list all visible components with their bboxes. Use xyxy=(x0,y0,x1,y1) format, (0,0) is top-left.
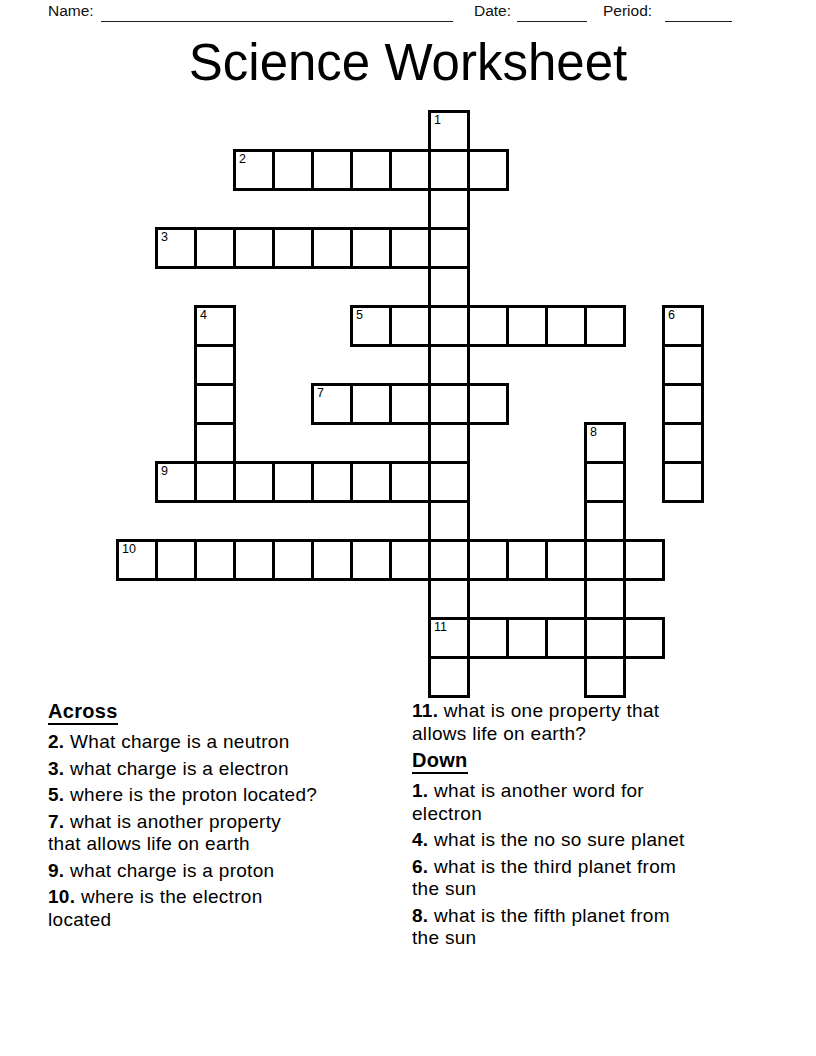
grid-cell-r11c9[interactable] xyxy=(467,539,509,581)
grid-cell-r9c5[interactable] xyxy=(311,461,353,503)
grid-cell-r3c5[interactable] xyxy=(311,227,353,269)
clue-text: what is the no so sure planet xyxy=(428,829,684,850)
grid-cell-r9c1[interactable]: 9 xyxy=(155,461,197,503)
grid-cell-r9c4[interactable] xyxy=(272,461,314,503)
clue-across-9: 9. what charge is a proton xyxy=(48,860,378,883)
grid-cell-r1c5[interactable] xyxy=(311,149,353,191)
grid-cell-r1c9[interactable] xyxy=(467,149,509,191)
grid-cell-r5c9[interactable] xyxy=(467,305,509,347)
clue-text: what charge is a electron xyxy=(64,758,288,779)
clue-text: what is another word for electron xyxy=(412,780,644,824)
clue-number-1: 1 xyxy=(434,113,441,128)
grid-cell-r13c11[interactable] xyxy=(545,617,587,659)
grid-cell-r1c8[interactable] xyxy=(428,149,470,191)
grid-cell-r8c14[interactable] xyxy=(662,422,704,464)
clue-label: 11. xyxy=(412,700,438,721)
grid-cell-r11c1[interactable] xyxy=(155,539,197,581)
grid-cell-r5c2[interactable]: 4 xyxy=(194,305,236,347)
clue-label: 3. xyxy=(48,758,64,779)
date-label: Date: xyxy=(474,2,511,20)
clue-down-1: 1. what is another word for electron xyxy=(412,780,756,825)
across-clues-list: 2. What charge is a neutron3. what charg… xyxy=(48,731,378,931)
grid-cell-r12c8[interactable] xyxy=(428,578,470,620)
grid-cell-r7c9[interactable] xyxy=(467,383,509,425)
clue-number-6: 6 xyxy=(668,308,675,323)
grid-cell-r3c4[interactable] xyxy=(272,227,314,269)
grid-cell-r3c3[interactable] xyxy=(233,227,275,269)
grid-cell-r2c8[interactable] xyxy=(428,188,470,230)
grid-cell-r6c14[interactable] xyxy=(662,344,704,386)
clue-down-6: 6. what is the third planet from the sun xyxy=(412,856,756,901)
grid-cell-r9c7[interactable] xyxy=(389,461,431,503)
grid-cell-r11c6[interactable] xyxy=(350,539,392,581)
grid-cell-r7c14[interactable] xyxy=(662,383,704,425)
name-blank-line[interactable] xyxy=(101,21,453,22)
clue-across-7: 7. what is another property that allows … xyxy=(48,811,378,856)
period-blank-line[interactable] xyxy=(665,21,732,22)
clue-label: 5. xyxy=(48,784,64,805)
grid-cell-r11c2[interactable] xyxy=(194,539,236,581)
worksheet-title: Science Worksheet xyxy=(0,33,816,92)
clue-across-3: 3. what charge is a electron xyxy=(48,758,378,781)
grid-cell-r5c6[interactable]: 5 xyxy=(350,305,392,347)
clue-label: 10. xyxy=(48,886,75,907)
crossword-grid: 1234567891011 xyxy=(116,110,704,698)
grid-cell-r1c4[interactable] xyxy=(272,149,314,191)
grid-cell-r1c3[interactable]: 2 xyxy=(233,149,275,191)
grid-cell-r13c10[interactable] xyxy=(506,617,548,659)
grid-cell-r11c10[interactable] xyxy=(506,539,548,581)
clue-text: where is the proton located? xyxy=(64,784,317,805)
clue-down-4: 4. what is the no so sure planet xyxy=(412,829,756,852)
clue-across-5: 5. where is the proton located? xyxy=(48,784,378,807)
grid-cell-r1c6[interactable] xyxy=(350,149,392,191)
clue-label: 7. xyxy=(48,811,64,832)
clue-number-2: 2 xyxy=(239,152,246,167)
grid-cell-r10c8[interactable] xyxy=(428,500,470,542)
grid-cell-r6c8[interactable] xyxy=(428,344,470,386)
grid-cell-r3c8[interactable] xyxy=(428,227,470,269)
grid-cell-r14c8[interactable] xyxy=(428,656,470,698)
clue-across-10: 10. where is the electron located xyxy=(48,886,378,931)
grid-cell-r1c7[interactable] xyxy=(389,149,431,191)
grid-cell-r13c9[interactable] xyxy=(467,617,509,659)
clue-text: what is another property that allows lif… xyxy=(48,811,281,855)
grid-cell-r11c0[interactable]: 10 xyxy=(116,539,158,581)
down-heading: Down xyxy=(412,749,468,774)
grid-cell-r8c2[interactable] xyxy=(194,422,236,464)
down-heading-row: Down xyxy=(412,749,756,774)
grid-cell-r7c7[interactable] xyxy=(389,383,431,425)
grid-cell-r5c14[interactable]: 6 xyxy=(662,305,704,347)
across-clues-continued: 11. what is one property that allows lif… xyxy=(412,700,756,745)
grid-cell-r7c6[interactable] xyxy=(350,383,392,425)
grid-cell-r5c10[interactable] xyxy=(506,305,548,347)
clue-number-4: 4 xyxy=(200,308,207,323)
down-clues-column: 11. what is one property that allows lif… xyxy=(412,700,756,954)
clue-number-8: 8 xyxy=(590,425,597,440)
down-clues-list: 1. what is another word for electron4. w… xyxy=(412,780,756,950)
grid-cell-r11c7[interactable] xyxy=(389,539,431,581)
grid-cell-r5c7[interactable] xyxy=(389,305,431,347)
grid-cell-r0c8[interactable]: 1 xyxy=(428,110,470,152)
grid-cell-r10c12[interactable] xyxy=(584,500,626,542)
clue-label: 2. xyxy=(48,731,64,752)
name-label: Name: xyxy=(48,2,94,20)
grid-cell-r12c12[interactable] xyxy=(584,578,626,620)
grid-cell-r7c2[interactable] xyxy=(194,383,236,425)
grid-cell-r13c12[interactable] xyxy=(584,617,626,659)
grid-cell-r5c8[interactable] xyxy=(428,305,470,347)
grid-cell-r7c8[interactable] xyxy=(428,383,470,425)
clue-text: where is the electron located xyxy=(48,886,263,930)
grid-cell-r5c12[interactable] xyxy=(584,305,626,347)
grid-cell-r5c11[interactable] xyxy=(545,305,587,347)
grid-cell-r11c3[interactable] xyxy=(233,539,275,581)
clue-label: 4. xyxy=(412,829,428,850)
clue-number-11: 11 xyxy=(434,620,447,635)
clue-across-11: 11. what is one property that allows lif… xyxy=(412,700,756,745)
grid-cell-r7c5[interactable]: 7 xyxy=(311,383,353,425)
date-blank-line[interactable] xyxy=(517,21,587,22)
clue-text: what charge is a proton xyxy=(64,860,274,881)
grid-cell-r3c1[interactable]: 3 xyxy=(155,227,197,269)
grid-cell-r6c2[interactable] xyxy=(194,344,236,386)
clue-number-7: 7 xyxy=(317,386,324,401)
clue-label: 1. xyxy=(412,780,428,801)
grid-cell-r11c13[interactable] xyxy=(623,539,665,581)
grid-cell-r9c8[interactable] xyxy=(428,461,470,503)
clue-label: 6. xyxy=(412,856,428,877)
clue-text: What charge is a neutron xyxy=(64,731,289,752)
grid-cell-r11c8[interactable] xyxy=(428,539,470,581)
clue-down-8: 8. what is the fifth planet from the sun xyxy=(412,905,756,950)
grid-cell-r8c8[interactable] xyxy=(428,422,470,464)
grid-cell-r8c12[interactable]: 8 xyxy=(584,422,626,464)
clue-text: what is the fifth planet from the sun xyxy=(412,905,670,949)
grid-cell-r11c5[interactable] xyxy=(311,539,353,581)
worksheet-page: Name: Date: Period: Science Worksheet 12… xyxy=(0,0,816,1056)
clue-text: what is one property that allows life on… xyxy=(412,700,659,744)
grid-cell-r4c8[interactable] xyxy=(428,266,470,308)
grid-cell-r13c13[interactable] xyxy=(623,617,665,659)
clue-text: what is the third planet from the sun xyxy=(412,856,676,900)
period-label: Period: xyxy=(603,2,652,20)
grid-cell-r9c12[interactable] xyxy=(584,461,626,503)
clue-number-10: 10 xyxy=(122,542,136,557)
grid-cell-r13c8[interactable]: 11 xyxy=(428,617,470,659)
clue-number-9: 9 xyxy=(161,464,168,479)
grid-cell-r11c11[interactable] xyxy=(545,539,587,581)
grid-cell-r9c2[interactable] xyxy=(194,461,236,503)
grid-cell-r3c6[interactable] xyxy=(350,227,392,269)
clue-label: 9. xyxy=(48,860,64,881)
grid-cell-r11c12[interactable] xyxy=(584,539,626,581)
grid-cell-r9c3[interactable] xyxy=(233,461,275,503)
across-heading: Across xyxy=(48,700,118,725)
grid-cell-r11c4[interactable] xyxy=(272,539,314,581)
clue-across-2: 2. What charge is a neutron xyxy=(48,731,378,754)
grid-cell-r3c7[interactable] xyxy=(389,227,431,269)
across-clues-column: Across 2. What charge is a neutron3. wha… xyxy=(48,700,378,935)
grid-cell-r9c14[interactable] xyxy=(662,461,704,503)
grid-cell-r9c6[interactable] xyxy=(350,461,392,503)
clue-number-5: 5 xyxy=(356,308,363,323)
clue-label: 8. xyxy=(412,905,428,926)
across-heading-row: Across xyxy=(48,700,378,725)
grid-cell-r14c12[interactable] xyxy=(584,656,626,698)
grid-cell-r3c2[interactable] xyxy=(194,227,236,269)
clue-number-3: 3 xyxy=(161,230,168,245)
